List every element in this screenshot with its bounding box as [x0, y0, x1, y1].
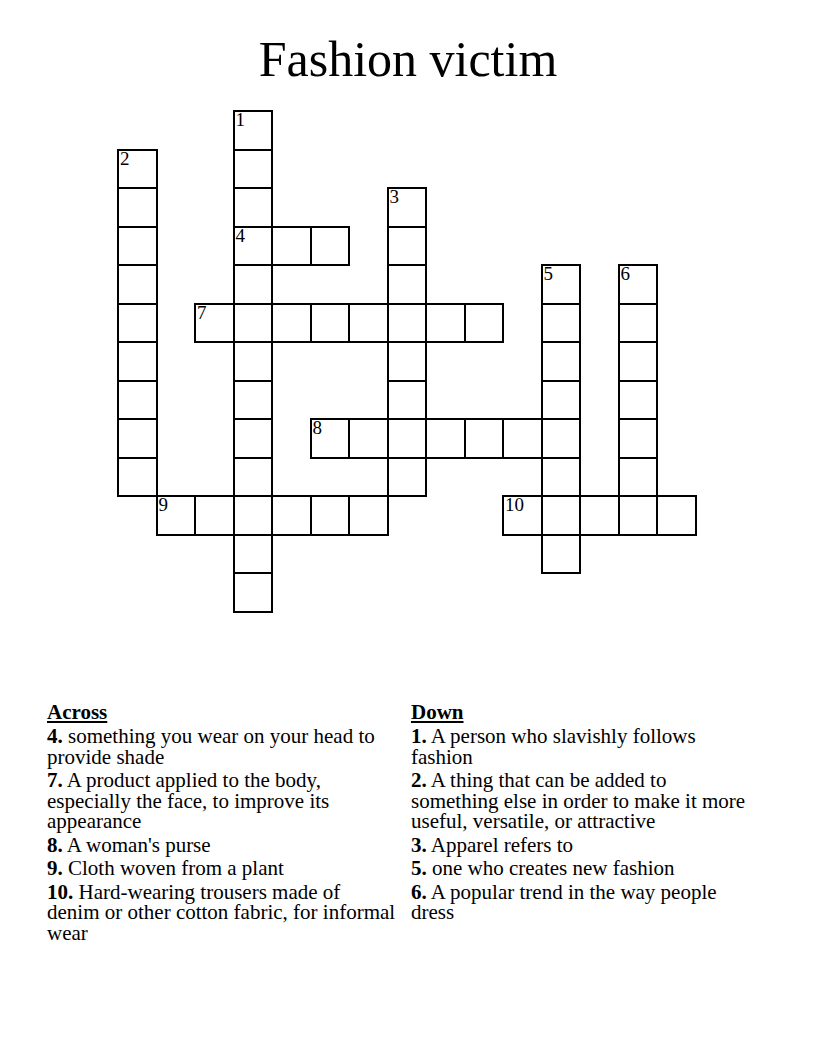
grid-cell[interactable] [618, 380, 659, 421]
cell-number: 1 [236, 110, 246, 130]
clue-down-2: 2. A thing that can be added to somethin… [411, 770, 755, 832]
grid-cell[interactable] [117, 380, 158, 421]
grid-cell[interactable] [618, 418, 659, 459]
down-heading: Down [411, 701, 755, 723]
clue-number: 1. [411, 724, 427, 748]
grid-cell[interactable] [233, 187, 274, 228]
across-heading: Across [47, 701, 396, 723]
grid-cell[interactable] [541, 495, 582, 536]
grid-cell[interactable] [233, 264, 274, 305]
grid-cell[interactable] [656, 495, 697, 536]
down-clues-section: Down 1. A person who slavishly follows f… [411, 701, 755, 926]
crossword-worksheet-page: Fashion victim 12345678910 Across 4. som… [0, 0, 816, 1056]
grid-cell[interactable] [233, 495, 274, 536]
grid-cell[interactable] [541, 341, 582, 382]
cell-number: 8 [313, 418, 323, 438]
grid-cell[interactable] [348, 495, 389, 536]
grid-cell[interactable] [348, 418, 389, 459]
cell-number: 6 [621, 264, 631, 284]
grid-cell[interactable] [541, 380, 582, 421]
grid-cell[interactable] [117, 226, 158, 267]
grid-cell[interactable] [541, 303, 582, 344]
grid-cell[interactable] [194, 495, 235, 536]
grid-cell[interactable] [387, 303, 428, 344]
grid-cell[interactable] [271, 226, 312, 267]
grid-cell[interactable] [618, 495, 659, 536]
grid-cell[interactable] [618, 303, 659, 344]
clue-across-10: 10. Hard-wearing trousers made of denim … [47, 882, 396, 944]
grid-cell[interactable] [618, 457, 659, 498]
clue-number: 6. [411, 880, 427, 904]
grid-cell[interactable] [310, 226, 351, 267]
grid-cell[interactable] [541, 418, 582, 459]
grid-cell[interactable] [233, 534, 274, 575]
down-clue-list: 1. A person who slavishly follows fashio… [411, 726, 755, 923]
grid-cell[interactable] [464, 303, 505, 344]
grid-cell[interactable] [233, 149, 274, 190]
grid-cell[interactable] [271, 303, 312, 344]
grid-cell[interactable] [117, 457, 158, 498]
grid-cell[interactable]: 1 [233, 110, 274, 151]
clue-down-3: 3. Apparel refers to [411, 835, 755, 856]
grid-cell[interactable] [233, 572, 274, 613]
clue-number: 4. [47, 724, 63, 748]
grid-cell[interactable] [541, 534, 582, 575]
clue-down-5: 5. one who creates new fashion [411, 858, 755, 879]
grid-cell[interactable] [387, 418, 428, 459]
grid-cell[interactable] [233, 303, 274, 344]
grid-cell[interactable] [348, 303, 389, 344]
grid-cell[interactable] [233, 380, 274, 421]
grid-cell[interactable] [271, 495, 312, 536]
grid-cell[interactable] [310, 495, 351, 536]
grid-cell[interactable] [117, 418, 158, 459]
grid-cell[interactable]: 3 [387, 187, 428, 228]
grid-cell[interactable] [618, 341, 659, 382]
grid-cell[interactable]: 7 [194, 303, 235, 344]
grid-cell[interactable]: 4 [233, 226, 274, 267]
cell-number: 5 [544, 264, 554, 284]
grid-cell[interactable] [387, 457, 428, 498]
grid-cell[interactable]: 5 [541, 264, 582, 305]
grid-cell[interactable] [387, 341, 428, 382]
cell-number: 9 [159, 495, 169, 515]
clue-number: 8. [47, 833, 63, 857]
clue-across-7: 7. A product applied to the body, especi… [47, 770, 396, 832]
clue-down-6: 6. A popular trend in the way people dre… [411, 882, 755, 923]
grid-cell[interactable]: 2 [117, 149, 158, 190]
grid-cell[interactable] [502, 418, 543, 459]
grid-cell[interactable] [117, 264, 158, 305]
cell-number: 4 [236, 226, 246, 246]
puzzle-title: Fashion victim [0, 33, 816, 85]
grid-cell[interactable] [387, 264, 428, 305]
across-clue-list: 4. something you wear on your head to pr… [47, 726, 396, 943]
cell-number: 7 [197, 303, 207, 323]
grid-cell[interactable] [541, 457, 582, 498]
clue-number: 3. [411, 833, 427, 857]
grid-cell[interactable] [310, 303, 351, 344]
grid-cell[interactable] [579, 495, 620, 536]
clue-down-1: 1. A person who slavishly follows fashio… [411, 726, 755, 767]
grid-cell[interactable] [233, 341, 274, 382]
grid-cell[interactable] [425, 418, 466, 459]
grid-cell[interactable] [387, 380, 428, 421]
clue-number: 5. [411, 856, 427, 880]
grid-cell[interactable]: 9 [156, 495, 197, 536]
grid-cell[interactable] [387, 226, 428, 267]
across-clues-section: Across 4. something you wear on your hea… [47, 701, 396, 946]
clue-number: 10. [47, 880, 73, 904]
clue-across-4: 4. something you wear on your head to pr… [47, 726, 396, 767]
grid-cell[interactable] [233, 418, 274, 459]
grid-cell[interactable]: 10 [502, 495, 543, 536]
clue-number: 9. [47, 856, 63, 880]
cell-number: 3 [390, 187, 400, 207]
clue-across-8: 8. A woman's purse [47, 835, 396, 856]
clue-number: 2. [411, 768, 427, 792]
grid-cell[interactable] [117, 303, 158, 344]
grid-cell[interactable] [233, 457, 274, 498]
cell-number: 2 [120, 149, 130, 169]
grid-cell[interactable] [464, 418, 505, 459]
grid-cell[interactable] [117, 341, 158, 382]
grid-cell[interactable] [425, 303, 466, 344]
cell-number: 10 [505, 495, 524, 515]
clue-across-9: 9. Cloth woven from a plant [47, 858, 396, 879]
grid-cell[interactable]: 6 [618, 264, 659, 305]
grid-cell[interactable]: 8 [310, 418, 351, 459]
grid-cell[interactable] [117, 187, 158, 228]
clue-number: 7. [47, 768, 63, 792]
